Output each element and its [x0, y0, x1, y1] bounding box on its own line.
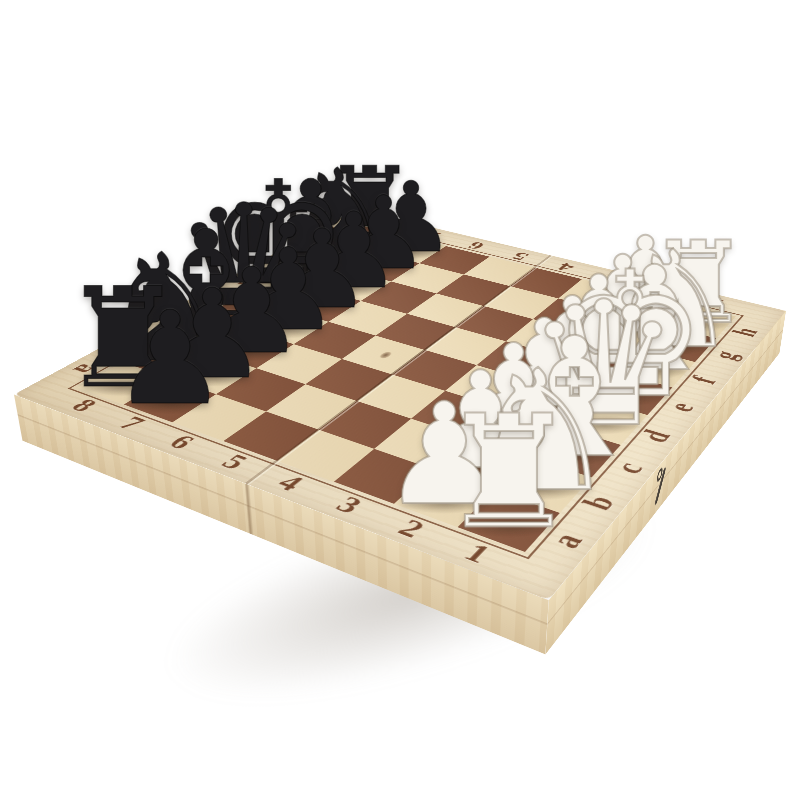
piece-white-rook-a1[interactable]: ♜	[439, 395, 578, 550]
chess-set-scene: 8877665544332211aabbccddeeffgghh ♜♞♝♛♚♝♞…	[0, 0, 800, 800]
wood-knot	[378, 351, 393, 359]
piece-black-pawn-a7[interactable]: ♟	[112, 294, 228, 423]
square-a4[interactable]	[277, 430, 374, 482]
square-a5[interactable]	[223, 411, 318, 460]
square-b5[interactable]	[266, 384, 357, 429]
pieces-layer: ♜♞♝♛♚♝♞♜♟♟♟♟♟♟♟♟♟♟♟♟♟♟♟♟♜♞♝♛♚♝♞♜	[0, 0, 800, 800]
square-c5[interactable]	[305, 359, 392, 401]
